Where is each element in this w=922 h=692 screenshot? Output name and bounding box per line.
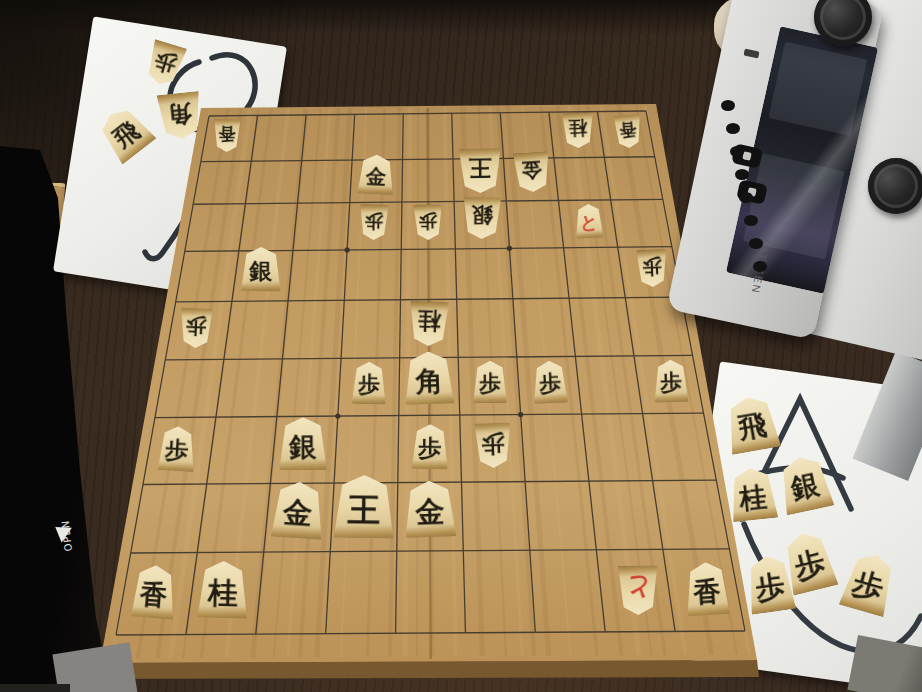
piece-kanji: 桂 [568,119,587,138]
piece-kanji: 香 [219,125,236,142]
clock-speaker-hole [726,123,740,134]
piece-kanji: と [580,214,599,233]
piece-kanji: 銀 [471,205,493,227]
clock-plunger-bottom[interactable] [868,158,922,214]
piece-kanji: 金 [365,166,386,187]
piece-kanji: 歩 [479,374,501,396]
shogi-piece-4f[interactable]: 歩 [473,361,507,403]
piece-kanji: 歩 [164,439,189,464]
clock-speaker-hole [749,238,763,249]
piece-kanji: 桂 [207,578,237,608]
scene: OPEN 飛角歩飛桂銀歩歩歩 香桂香金王金歩歩銀と銀歩歩桂歩角歩歩歩歩銀 [0,0,922,692]
piece-kanji: 香 [139,580,169,610]
piece-kanji: 香 [693,577,722,606]
piece-kanji: 金 [521,159,543,181]
clock-speaker-hole [721,100,735,111]
piece-kanji: 歩 [641,256,661,276]
piece-kanji: 銀 [250,260,273,283]
piece-kanji: 歩 [186,315,208,337]
piece-kanji: 歩 [539,373,562,396]
clock-speaker-hole [735,169,749,180]
piece-kanji: 歩 [419,211,438,230]
piece-kanji: 歩 [358,374,380,396]
piece-kanji: 歩 [365,211,384,230]
clock-speaker-hole [744,215,758,226]
clock-lcd-upper [768,42,867,136]
piece-kanji: と [625,575,651,601]
piece-kanji: 王 [347,494,380,527]
piece-kanji: 香 [619,121,637,139]
piece-kanji: 王 [468,156,491,179]
piece-kanji: 歩 [481,431,505,455]
floor-shadow-bottom-left [0,684,70,692]
board-side-face [98,660,759,679]
piece-kanji: 銀 [289,433,317,461]
piece-kanji: 桂 [417,309,441,333]
piece-kanji: 金 [415,498,445,528]
piece-kanji: 歩 [660,372,683,395]
piece-kanji: 角 [415,367,443,395]
piece-kanji: 金 [282,498,313,529]
piece-kanji: 歩 [418,437,442,461]
